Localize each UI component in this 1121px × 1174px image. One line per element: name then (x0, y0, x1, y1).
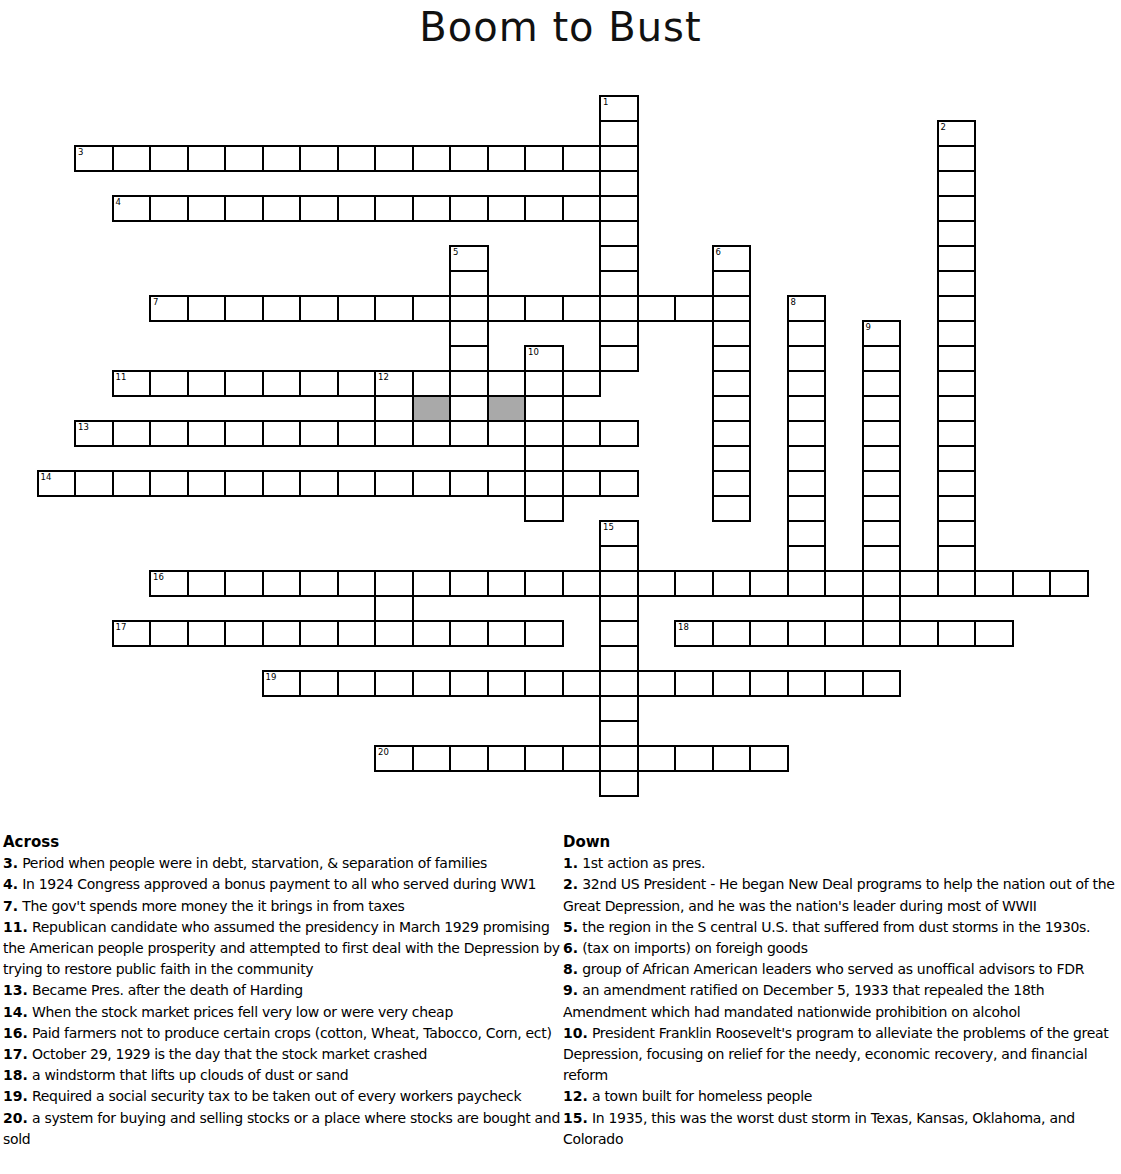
grid-cell[interactable] (562, 195, 602, 222)
grid-cell[interactable] (712, 495, 752, 522)
grid-cell[interactable] (524, 470, 564, 497)
grid-cell[interactable] (187, 570, 227, 597)
grid-cell[interactable] (412, 295, 452, 322)
grid-cell[interactable] (374, 470, 414, 497)
grid-cell[interactable] (374, 195, 414, 222)
grid-cell[interactable]: 11 (112, 370, 152, 397)
grid-cell[interactable]: 18 (674, 620, 714, 647)
clue-item: 16. Paid farmers not to produce certain … (3, 1023, 560, 1044)
grid-cell[interactable] (524, 195, 564, 222)
grid-cell[interactable] (299, 570, 339, 597)
grid-cell[interactable] (824, 670, 864, 697)
clue-item: 19. Required a social security tax to be… (3, 1086, 560, 1107)
grid-cell[interactable] (149, 620, 189, 647)
grid-cell[interactable] (524, 420, 564, 447)
clue-item: 10. President Franklin Roosevelt's progr… (563, 1023, 1115, 1087)
grid-cell[interactable] (449, 395, 489, 422)
grid-cell[interactable] (149, 195, 189, 222)
grid-cell[interactable] (337, 195, 377, 222)
grid-cell[interactable] (599, 770, 639, 797)
grid-cell[interactable] (524, 670, 564, 697)
grid-cell[interactable] (187, 620, 227, 647)
grid-cell[interactable] (599, 720, 639, 747)
grid-cell[interactable] (449, 620, 489, 647)
clue-number: 17 (116, 622, 127, 632)
grid-cell[interactable] (937, 345, 977, 372)
grid-cell[interactable] (599, 645, 639, 672)
grid-cell[interactable] (262, 470, 302, 497)
grid-cell[interactable] (337, 145, 377, 172)
crossword-page: Boom to Bust 123456789101112131415161718… (0, 0, 1121, 1174)
grid-cell[interactable] (562, 670, 602, 697)
grid-cell[interactable] (599, 145, 639, 172)
grid-cell[interactable] (337, 370, 377, 397)
clue-number: 16 (153, 572, 164, 582)
grid-cell[interactable] (262, 195, 302, 222)
grid-cell[interactable] (562, 470, 602, 497)
grid-cell[interactable] (487, 370, 527, 397)
grid-cell[interactable] (862, 495, 902, 522)
grid-cell[interactable]: 9 (862, 320, 902, 347)
grid-cell[interactable] (599, 470, 639, 497)
grid-cell[interactable] (974, 620, 1014, 647)
across-header: Across (3, 832, 560, 853)
grid-cell[interactable] (449, 670, 489, 697)
grid-cell[interactable] (862, 470, 902, 497)
grid-cell[interactable] (224, 295, 264, 322)
grid-cell[interactable] (412, 195, 452, 222)
grid-cell[interactable]: 4 (112, 195, 152, 222)
grid-cell[interactable] (749, 745, 789, 772)
grid-cell[interactable]: 5 (449, 245, 489, 272)
grid-cell[interactable] (487, 195, 527, 222)
grid-cell[interactable] (487, 670, 527, 697)
grid-cell[interactable] (599, 595, 639, 622)
grid-cell[interactable] (224, 620, 264, 647)
grid-cell[interactable] (787, 670, 827, 697)
grid-cell[interactable] (787, 445, 827, 472)
grid-cell[interactable] (862, 345, 902, 372)
grid-cell[interactable]: 2 (937, 120, 977, 147)
grid-cell[interactable] (299, 420, 339, 447)
grid-cell[interactable] (412, 145, 452, 172)
grid-cell[interactable] (637, 570, 677, 597)
grid-cell[interactable] (337, 295, 377, 322)
grid-cell[interactable] (937, 145, 977, 172)
clue-item: 12. a town built for homeless people (563, 1086, 1115, 1107)
grid-cell[interactable] (262, 420, 302, 447)
grid-cell[interactable] (862, 545, 902, 572)
clue-number: 5 (453, 247, 458, 257)
grid-cell[interactable] (487, 145, 527, 172)
clue-number: 2 (941, 122, 946, 132)
grid-cell[interactable] (937, 520, 977, 547)
grid-cell[interactable] (599, 245, 639, 272)
grid-cell[interactable] (937, 220, 977, 247)
grid-cell[interactable] (487, 745, 527, 772)
grid-cell[interactable] (637, 670, 677, 697)
grid-cell[interactable] (787, 520, 827, 547)
grid-cell[interactable] (937, 470, 977, 497)
grid-cell[interactable] (787, 345, 827, 372)
grid-cell[interactable] (449, 320, 489, 347)
grid-cell[interactable] (449, 370, 489, 397)
grid-cell[interactable] (712, 270, 752, 297)
grid-cell[interactable] (937, 270, 977, 297)
clue-item: 18. a windstorm that lifts up clouds of … (3, 1065, 560, 1086)
grid-cell[interactable] (149, 420, 189, 447)
grid-cell[interactable] (187, 420, 227, 447)
clue-number: 12 (378, 372, 389, 382)
grid-cell[interactable] (449, 745, 489, 772)
grid-cell[interactable] (412, 570, 452, 597)
grid-cell[interactable] (599, 745, 639, 772)
clue-item: 2. 32nd US President - He began New Deal… (563, 874, 1115, 916)
grid-cell[interactable] (374, 420, 414, 447)
grid-cell[interactable] (599, 545, 639, 572)
grid-cell[interactable] (262, 145, 302, 172)
grid-cell[interactable] (524, 295, 564, 322)
grid-cell[interactable] (374, 595, 414, 622)
grid-cell[interactable] (562, 420, 602, 447)
clue-item: 3. Period when people were in debt, star… (3, 853, 560, 874)
grid-cell[interactable] (224, 570, 264, 597)
grid-cell[interactable] (712, 570, 752, 597)
clue-item: 9. an amendment ratified on December 5, … (563, 980, 1115, 1022)
grid-cell[interactable] (374, 295, 414, 322)
grid-cell[interactable] (824, 570, 864, 597)
grid-cell[interactable] (712, 345, 752, 372)
grid-cell[interactable] (187, 145, 227, 172)
clue-number: 10 (528, 347, 539, 357)
grid-cell[interactable] (187, 370, 227, 397)
grid-cell[interactable] (787, 395, 827, 422)
grid-cell[interactable] (337, 670, 377, 697)
grid-cell[interactable]: 6 (712, 245, 752, 272)
grid-cell[interactable] (449, 270, 489, 297)
grid-cell[interactable] (412, 370, 452, 397)
grid-cell[interactable] (299, 195, 339, 222)
grid-cell[interactable] (487, 295, 527, 322)
clue-number: 7 (153, 297, 158, 307)
clue-number: 9 (866, 322, 871, 332)
grid-cell[interactable] (937, 445, 977, 472)
grid-cell[interactable] (562, 295, 602, 322)
grid-cell[interactable] (937, 395, 977, 422)
grid-cell[interactable] (712, 470, 752, 497)
grid-cell[interactable] (599, 570, 639, 597)
grid-cell[interactable] (449, 470, 489, 497)
grid-cell[interactable]: 8 (787, 295, 827, 322)
grid-cell[interactable] (749, 620, 789, 647)
clue-number: 3 (78, 147, 83, 157)
grid-cell[interactable] (712, 295, 752, 322)
grid-cell[interactable] (524, 445, 564, 472)
grid-cell[interactable] (787, 370, 827, 397)
clue-item: 4. In 1924 Congress approved a bonus pay… (3, 874, 560, 895)
grid-cell[interactable] (862, 420, 902, 447)
grid-cell[interactable] (937, 370, 977, 397)
grid-cell[interactable] (262, 370, 302, 397)
grid-cell[interactable] (299, 470, 339, 497)
grid-cell[interactable] (674, 295, 714, 322)
grid-cell[interactable] (487, 570, 527, 597)
grid-cell[interactable] (562, 145, 602, 172)
clue-number: 13 (78, 422, 89, 432)
grid-cell[interactable] (224, 145, 264, 172)
grid-cell[interactable] (412, 470, 452, 497)
grid-cell[interactable] (262, 620, 302, 647)
grid-cell[interactable]: 10 (524, 345, 564, 372)
grid-cell[interactable] (937, 570, 977, 597)
grid-cell[interactable] (412, 420, 452, 447)
grid-cell[interactable] (262, 570, 302, 597)
grid-cell[interactable] (449, 570, 489, 597)
grid-cell[interactable] (299, 145, 339, 172)
clue-item: 1. 1st action as pres. (563, 853, 1115, 874)
grid-cell[interactable] (599, 295, 639, 322)
grid-cell[interactable] (374, 145, 414, 172)
grid-cell[interactable]: 13 (74, 420, 114, 447)
grid-cell[interactable] (899, 570, 939, 597)
grid-cell[interactable] (487, 470, 527, 497)
grid-cell[interactable] (599, 120, 639, 147)
grid-cell[interactable] (524, 570, 564, 597)
down-header: Down (563, 832, 1115, 853)
grid-cell[interactable] (862, 520, 902, 547)
clue-item: 7. The gov't spends more money the it br… (3, 896, 560, 917)
grid-cell[interactable] (562, 745, 602, 772)
grid-cell[interactable] (337, 620, 377, 647)
grid-cell[interactable] (712, 395, 752, 422)
grid-cell[interactable] (337, 470, 377, 497)
grid-cell[interactable] (787, 320, 827, 347)
clue-number: 1 (603, 97, 608, 107)
grid-cell[interactable] (224, 470, 264, 497)
grid-cell[interactable] (487, 620, 527, 647)
grid-cell[interactable] (637, 745, 677, 772)
grid-cell[interactable] (524, 620, 564, 647)
grid-cell[interactable] (112, 145, 152, 172)
grid-cell[interactable] (524, 370, 564, 397)
grid-cell[interactable]: 17 (112, 620, 152, 647)
grid-cell[interactable] (787, 470, 827, 497)
grid-cell[interactable] (787, 620, 827, 647)
grid-cell[interactable] (749, 570, 789, 597)
grid-cell[interactable] (412, 745, 452, 772)
grid-cell[interactable] (1012, 570, 1052, 597)
grid-cell[interactable] (224, 370, 264, 397)
clue-item: 15. In 1935, this was the worst dust sto… (563, 1108, 1115, 1150)
grid-cell[interactable] (187, 470, 227, 497)
grid-cell[interactable] (937, 620, 977, 647)
grid-cell[interactable] (862, 620, 902, 647)
clue-item: 8. group of African American leaders who… (563, 959, 1115, 980)
grid-cell[interactable] (937, 245, 977, 272)
grid-cell[interactable] (299, 620, 339, 647)
clue-number: 18 (678, 622, 689, 632)
clue-item: 14. When the stock market prices fell ve… (3, 1002, 560, 1023)
grid-cell[interactable] (74, 470, 114, 497)
clue-item: 5. the region in the S central U.S. that… (563, 917, 1115, 938)
grid-cell[interactable] (599, 170, 639, 197)
grid-cell[interactable] (674, 670, 714, 697)
grid-cell[interactable] (524, 745, 564, 772)
grid-cell[interactable] (787, 420, 827, 447)
grid-cell[interactable] (412, 670, 452, 697)
grid-cell[interactable] (487, 420, 527, 447)
grid-cell[interactable] (787, 545, 827, 572)
grid-cell[interactable]: 12 (374, 370, 414, 397)
grid-cell[interactable] (937, 545, 977, 572)
grid-cell[interactable] (599, 420, 639, 447)
grid-cell[interactable] (712, 745, 752, 772)
grid-cell[interactable]: 16 (149, 570, 189, 597)
grid-cell[interactable] (299, 295, 339, 322)
grid-cell[interactable] (787, 570, 827, 597)
grid-cell[interactable]: 3 (74, 145, 114, 172)
grid-cell[interactable] (112, 470, 152, 497)
grid-cell[interactable] (337, 420, 377, 447)
grid-cell[interactable] (937, 170, 977, 197)
grid-cell[interactable] (187, 295, 227, 322)
grid-cell[interactable] (862, 595, 902, 622)
grid-cell[interactable] (712, 670, 752, 697)
grid-cell[interactable] (374, 620, 414, 647)
grid-cell[interactable] (524, 495, 564, 522)
grid-cell[interactable] (674, 570, 714, 597)
grid-cell[interactable] (899, 620, 939, 647)
grid-cell[interactable] (224, 420, 264, 447)
grid-cell[interactable] (599, 620, 639, 647)
grid-cell[interactable] (149, 145, 189, 172)
grid-cell[interactable] (599, 670, 639, 697)
grid-cell[interactable] (862, 395, 902, 422)
grid-cell[interactable] (937, 495, 977, 522)
grid-cell[interactable] (824, 620, 864, 647)
grid-cell[interactable] (637, 295, 677, 322)
grid-cell[interactable] (712, 370, 752, 397)
grid-cell[interactable] (787, 495, 827, 522)
clue-item: 11. Republican candidate who assumed the… (3, 917, 560, 981)
blocked-cell (487, 395, 527, 422)
clue-number: 19 (266, 672, 277, 682)
grid-cell[interactable] (449, 345, 489, 372)
grid-cell[interactable]: 20 (374, 745, 414, 772)
grid-cell[interactable] (149, 470, 189, 497)
clue-number: 14 (41, 472, 52, 482)
grid-cell[interactable] (374, 570, 414, 597)
grid-cell[interactable] (937, 295, 977, 322)
grid-cell[interactable] (449, 420, 489, 447)
grid-cell[interactable] (712, 620, 752, 647)
grid-cell[interactable] (374, 670, 414, 697)
clue-number: 4 (116, 197, 121, 207)
blocked-cell (412, 395, 452, 422)
grid-cell[interactable] (862, 570, 902, 597)
grid-cell[interactable]: 15 (599, 520, 639, 547)
grid-cell[interactable] (974, 570, 1014, 597)
clue-number: 20 (378, 747, 389, 757)
grid-cell[interactable] (599, 220, 639, 247)
grid-cell[interactable] (937, 320, 977, 347)
grid-cell[interactable]: 19 (262, 670, 302, 697)
grid-cell[interactable] (524, 145, 564, 172)
grid-cell[interactable] (299, 370, 339, 397)
down-clues: Down 1. 1st action as pres.2. 32nd US Pr… (563, 832, 1115, 1150)
clue-item: 6. (tax on imports) on foreigh goods (563, 938, 1115, 959)
grid-cell[interactable] (187, 195, 227, 222)
across-clues: Across 3. Period when people were in deb… (3, 832, 560, 1150)
crossword-grid: 1234567891011121314151617181920 (0, 0, 1121, 810)
clue-item: 13. Became Pres. after the death of Hard… (3, 980, 560, 1001)
grid-cell[interactable] (299, 670, 339, 697)
grid-cell[interactable]: 7 (149, 295, 189, 322)
grid-cell[interactable] (562, 370, 602, 397)
grid-cell[interactable] (712, 320, 752, 347)
grid-cell[interactable] (937, 195, 977, 222)
grid-cell[interactable] (262, 295, 302, 322)
grid-cell[interactable] (862, 370, 902, 397)
grid-cell[interactable] (449, 145, 489, 172)
grid-cell[interactable] (749, 670, 789, 697)
grid-cell[interactable] (862, 670, 902, 697)
grid-cell[interactable] (599, 195, 639, 222)
grid-cell[interactable] (599, 320, 639, 347)
grid-cell[interactable] (524, 395, 564, 422)
grid-cell[interactable] (449, 195, 489, 222)
clue-number: 8 (791, 297, 796, 307)
clue-number: 6 (716, 247, 721, 257)
grid-cell[interactable] (599, 695, 639, 722)
grid-cell[interactable] (224, 195, 264, 222)
grid-cell[interactable] (712, 445, 752, 472)
grid-cell[interactable] (449, 295, 489, 322)
grid-cell[interactable] (674, 745, 714, 772)
grid-cell[interactable] (599, 270, 639, 297)
grid-cell[interactable] (712, 420, 752, 447)
grid-cell[interactable]: 14 (37, 470, 77, 497)
grid-cell[interactable] (374, 395, 414, 422)
grid-cell[interactable] (562, 570, 602, 597)
clue-number: 15 (603, 522, 614, 532)
grid-cell[interactable] (599, 345, 639, 372)
grid-cell[interactable] (149, 370, 189, 397)
grid-cell[interactable] (112, 420, 152, 447)
clue-number: 11 (116, 372, 127, 382)
clue-item: 20. a system for buying and selling stoc… (3, 1108, 560, 1150)
grid-cell[interactable] (1049, 570, 1089, 597)
grid-cell[interactable]: 1 (599, 95, 639, 122)
grid-cell[interactable] (862, 445, 902, 472)
grid-cell[interactable] (412, 620, 452, 647)
grid-cell[interactable] (937, 420, 977, 447)
grid-cell[interactable] (337, 570, 377, 597)
clue-item: 17. October 29, 1929 is the day that the… (3, 1044, 560, 1065)
